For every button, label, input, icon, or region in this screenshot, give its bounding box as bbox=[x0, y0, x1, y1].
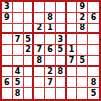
cell-r9c2[interactable]: 8 bbox=[13, 88, 24, 99]
cell-r2c9[interactable]: 6 bbox=[88, 13, 99, 24]
cell-r9c5[interactable] bbox=[45, 88, 56, 99]
sudoku-board: 39982621875327651875428657885 bbox=[0, 0, 101, 101]
cell-r2c6[interactable] bbox=[56, 13, 67, 24]
cell-r8c8[interactable] bbox=[77, 77, 88, 88]
cell-r3c2[interactable] bbox=[13, 24, 24, 35]
cell-r9c8[interactable] bbox=[77, 88, 88, 99]
cell-r6c6[interactable] bbox=[56, 56, 67, 67]
cell-r6c8[interactable]: 5 bbox=[77, 56, 88, 67]
cell-r1c4[interactable] bbox=[34, 2, 45, 13]
cell-r1c3[interactable] bbox=[24, 2, 35, 13]
cell-r6c7[interactable]: 7 bbox=[67, 56, 78, 67]
cell-r6c3[interactable] bbox=[24, 56, 35, 67]
cell-r2c7[interactable] bbox=[67, 13, 78, 24]
cell-r4c7[interactable] bbox=[67, 34, 78, 45]
cell-r3c5[interactable]: 1 bbox=[45, 24, 56, 35]
cell-r5c6[interactable]: 5 bbox=[56, 45, 67, 56]
cell-r4c5[interactable] bbox=[45, 34, 56, 45]
cell-r2c3[interactable] bbox=[24, 13, 35, 24]
cell-r8c4[interactable] bbox=[34, 77, 45, 88]
cell-r4c8[interactable] bbox=[77, 34, 88, 45]
cell-r3c7[interactable] bbox=[67, 24, 78, 35]
cell-r6c5[interactable] bbox=[45, 56, 56, 67]
cell-r9c7[interactable] bbox=[67, 88, 78, 99]
cell-r2c8[interactable]: 2 bbox=[77, 13, 88, 24]
cell-r8c9[interactable]: 8 bbox=[88, 77, 99, 88]
cell-r5c8[interactable] bbox=[77, 45, 88, 56]
cell-r8c2[interactable]: 5 bbox=[13, 77, 24, 88]
cell-r2c2[interactable] bbox=[13, 13, 24, 24]
cell-r8c7[interactable] bbox=[67, 77, 78, 88]
cell-r4c1[interactable] bbox=[2, 34, 13, 45]
cell-r8c5[interactable]: 7 bbox=[45, 77, 56, 88]
cell-r5c5[interactable]: 6 bbox=[45, 45, 56, 56]
cell-r5c3[interactable]: 2 bbox=[24, 45, 35, 56]
cell-r1c5[interactable] bbox=[45, 2, 56, 13]
cell-r9c6[interactable] bbox=[56, 88, 67, 99]
cell-r6c9[interactable] bbox=[88, 56, 99, 67]
cell-r2c5[interactable]: 8 bbox=[45, 13, 56, 24]
cell-r1c7[interactable] bbox=[67, 2, 78, 13]
cell-r1c1[interactable]: 3 bbox=[2, 2, 13, 13]
cell-r4c9[interactable] bbox=[88, 34, 99, 45]
cell-r9c4[interactable] bbox=[34, 88, 45, 99]
cell-r5c9[interactable] bbox=[88, 45, 99, 56]
cell-r7c8[interactable] bbox=[77, 67, 88, 78]
cell-r4c2[interactable]: 7 bbox=[13, 34, 24, 45]
cell-r6c2[interactable] bbox=[13, 56, 24, 67]
cell-r5c1[interactable] bbox=[2, 45, 13, 56]
cell-r8c1[interactable]: 6 bbox=[2, 77, 13, 88]
cell-r4c6[interactable]: 3 bbox=[56, 34, 67, 45]
cell-r3c8[interactable]: 8 bbox=[77, 24, 88, 35]
cell-r7c6[interactable]: 8 bbox=[56, 67, 67, 78]
cell-r5c2[interactable] bbox=[13, 45, 24, 56]
cell-r6c1[interactable] bbox=[2, 56, 13, 67]
cell-r5c4[interactable]: 7 bbox=[34, 45, 45, 56]
cell-r7c2[interactable]: 4 bbox=[13, 67, 24, 78]
cell-r7c1[interactable] bbox=[2, 67, 13, 78]
cell-r8c3[interactable] bbox=[24, 77, 35, 88]
cell-r1c9[interactable] bbox=[88, 2, 99, 13]
cell-r4c3[interactable]: 5 bbox=[24, 34, 35, 45]
cell-r4c4[interactable] bbox=[34, 34, 45, 45]
cell-r3c3[interactable] bbox=[24, 24, 35, 35]
cell-r8c6[interactable] bbox=[56, 77, 67, 88]
cell-r3c1[interactable] bbox=[2, 24, 13, 35]
cell-r3c9[interactable] bbox=[88, 24, 99, 35]
cell-r1c2[interactable] bbox=[13, 2, 24, 13]
cell-r7c5[interactable]: 2 bbox=[45, 67, 56, 78]
cell-r9c9[interactable]: 5 bbox=[88, 88, 99, 99]
cell-r7c3[interactable] bbox=[24, 67, 35, 78]
cell-r9c1[interactable] bbox=[2, 88, 13, 99]
cell-r2c1[interactable]: 9 bbox=[2, 13, 13, 24]
cell-r2c4[interactable] bbox=[34, 13, 45, 24]
cell-r3c6[interactable] bbox=[56, 24, 67, 35]
cell-r1c8[interactable]: 9 bbox=[77, 2, 88, 13]
cell-r6c4[interactable]: 8 bbox=[34, 56, 45, 67]
cell-r1c6[interactable] bbox=[56, 2, 67, 13]
cell-r9c3[interactable] bbox=[24, 88, 35, 99]
cell-r7c7[interactable] bbox=[67, 67, 78, 78]
cell-r7c9[interactable] bbox=[88, 67, 99, 78]
cell-r5c7[interactable]: 1 bbox=[67, 45, 78, 56]
cell-r7c4[interactable] bbox=[34, 67, 45, 78]
cell-r3c4[interactable]: 2 bbox=[34, 24, 45, 35]
